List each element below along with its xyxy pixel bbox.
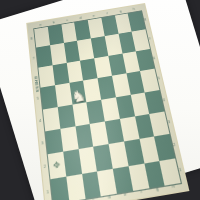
file-label-g: g xyxy=(149,186,166,194)
file-label-e: e xyxy=(117,191,134,199)
square-a2[interactable]: ✥ xyxy=(48,152,66,179)
photo-scene: abcdefgh abcdefgh 87654321 87654321 CHES… xyxy=(0,0,200,200)
file-label-h: h xyxy=(165,183,182,191)
file-label-f: f xyxy=(133,188,150,196)
white-knight-piece[interactable]: ♞ xyxy=(70,88,87,106)
brand-emblem-icon: ✥ xyxy=(48,152,66,179)
